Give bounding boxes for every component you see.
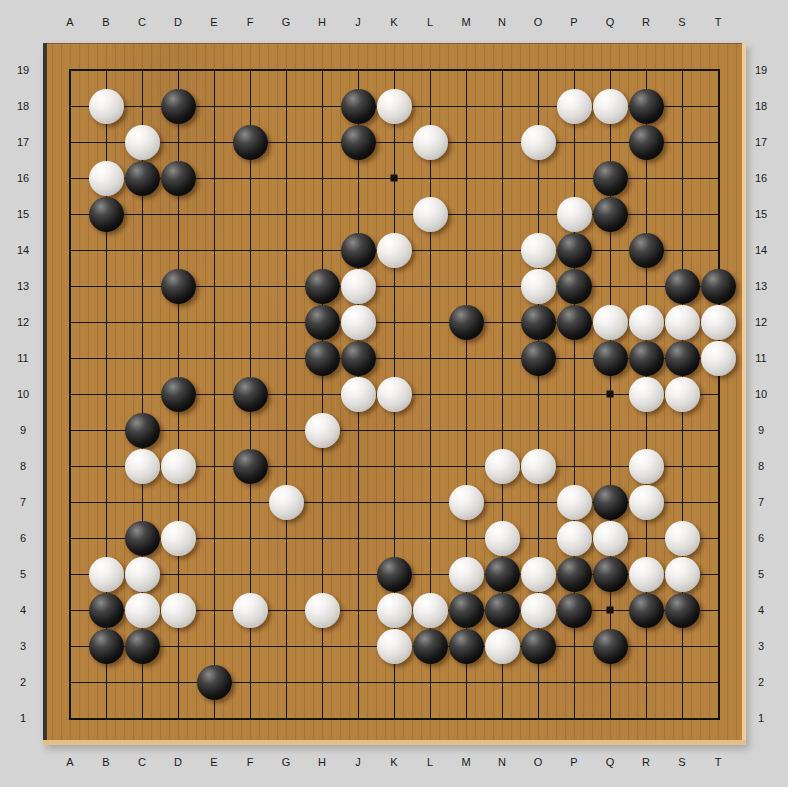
intersection-O6[interactable]: [520, 520, 556, 556]
intersection-E7[interactable]: [196, 484, 232, 520]
intersection-D18[interactable]: [160, 88, 196, 124]
intersection-B5[interactable]: [88, 556, 124, 592]
intersection-R10[interactable]: [628, 376, 664, 412]
intersection-T7[interactable]: [700, 484, 736, 520]
intersection-R7[interactable]: [628, 484, 664, 520]
intersection-S2[interactable]: [664, 664, 700, 700]
intersection-K19[interactable]: [376, 52, 412, 88]
intersection-N4[interactable]: [484, 592, 520, 628]
intersection-B16[interactable]: [88, 160, 124, 196]
intersection-F4[interactable]: [232, 592, 268, 628]
intersection-P10[interactable]: [556, 376, 592, 412]
intersection-Q10[interactable]: [592, 376, 628, 412]
intersection-F8[interactable]: [232, 448, 268, 484]
intersection-L13[interactable]: [412, 268, 448, 304]
intersection-B15[interactable]: [88, 196, 124, 232]
intersection-O10[interactable]: [520, 376, 556, 412]
intersection-S8[interactable]: [664, 448, 700, 484]
intersection-B13[interactable]: [88, 268, 124, 304]
intersection-F7[interactable]: [232, 484, 268, 520]
intersection-H6[interactable]: [304, 520, 340, 556]
intersection-Q7[interactable]: [592, 484, 628, 520]
intersection-S14[interactable]: [664, 232, 700, 268]
intersection-O5[interactable]: [520, 556, 556, 592]
intersection-A1[interactable]: [52, 700, 88, 736]
intersection-D2[interactable]: [160, 664, 196, 700]
intersection-C1[interactable]: [124, 700, 160, 736]
intersection-E1[interactable]: [196, 700, 232, 736]
intersection-N8[interactable]: [484, 448, 520, 484]
intersection-O7[interactable]: [520, 484, 556, 520]
intersection-F2[interactable]: [232, 664, 268, 700]
intersection-J4[interactable]: [340, 592, 376, 628]
intersection-M7[interactable]: [448, 484, 484, 520]
intersection-H5[interactable]: [304, 556, 340, 592]
intersection-F19[interactable]: [232, 52, 268, 88]
intersection-O3[interactable]: [520, 628, 556, 664]
intersection-H9[interactable]: [304, 412, 340, 448]
intersection-E16[interactable]: [196, 160, 232, 196]
intersection-B4[interactable]: [88, 592, 124, 628]
intersection-S12[interactable]: [664, 304, 700, 340]
intersection-R5[interactable]: [628, 556, 664, 592]
intersection-B6[interactable]: [88, 520, 124, 556]
intersection-O12[interactable]: [520, 304, 556, 340]
intersection-T3[interactable]: [700, 628, 736, 664]
intersection-R18[interactable]: [628, 88, 664, 124]
intersection-O14[interactable]: [520, 232, 556, 268]
intersection-J14[interactable]: [340, 232, 376, 268]
intersection-T13[interactable]: [700, 268, 736, 304]
intersection-K16[interactable]: [376, 160, 412, 196]
intersection-F3[interactable]: [232, 628, 268, 664]
intersection-A10[interactable]: [52, 376, 88, 412]
intersection-J8[interactable]: [340, 448, 376, 484]
intersection-E6[interactable]: [196, 520, 232, 556]
intersection-M10[interactable]: [448, 376, 484, 412]
intersection-C2[interactable]: [124, 664, 160, 700]
intersection-R16[interactable]: [628, 160, 664, 196]
intersection-A11[interactable]: [52, 340, 88, 376]
intersection-F1[interactable]: [232, 700, 268, 736]
intersection-G14[interactable]: [268, 232, 304, 268]
intersection-M11[interactable]: [448, 340, 484, 376]
intersection-P2[interactable]: [556, 664, 592, 700]
intersection-S16[interactable]: [664, 160, 700, 196]
intersection-E14[interactable]: [196, 232, 232, 268]
intersection-N9[interactable]: [484, 412, 520, 448]
intersection-K6[interactable]: [376, 520, 412, 556]
intersection-O9[interactable]: [520, 412, 556, 448]
intersection-D6[interactable]: [160, 520, 196, 556]
intersection-S9[interactable]: [664, 412, 700, 448]
intersection-A19[interactable]: [52, 52, 88, 88]
intersection-C16[interactable]: [124, 160, 160, 196]
intersection-H7[interactable]: [304, 484, 340, 520]
intersection-L11[interactable]: [412, 340, 448, 376]
intersection-P5[interactable]: [556, 556, 592, 592]
intersection-F18[interactable]: [232, 88, 268, 124]
intersection-K17[interactable]: [376, 124, 412, 160]
intersection-A12[interactable]: [52, 304, 88, 340]
intersection-N15[interactable]: [484, 196, 520, 232]
intersection-P18[interactable]: [556, 88, 592, 124]
intersection-B12[interactable]: [88, 304, 124, 340]
intersection-L19[interactable]: [412, 52, 448, 88]
intersection-H12[interactable]: [304, 304, 340, 340]
intersection-H15[interactable]: [304, 196, 340, 232]
intersection-T9[interactable]: [700, 412, 736, 448]
intersection-H10[interactable]: [304, 376, 340, 412]
intersection-K18[interactable]: [376, 88, 412, 124]
intersection-P12[interactable]: [556, 304, 592, 340]
intersection-K13[interactable]: [376, 268, 412, 304]
intersection-N5[interactable]: [484, 556, 520, 592]
intersection-H1[interactable]: [304, 700, 340, 736]
intersection-N18[interactable]: [484, 88, 520, 124]
intersection-O16[interactable]: [520, 160, 556, 196]
intersection-D9[interactable]: [160, 412, 196, 448]
intersection-Q9[interactable]: [592, 412, 628, 448]
intersection-S7[interactable]: [664, 484, 700, 520]
intersection-L5[interactable]: [412, 556, 448, 592]
intersection-Q14[interactable]: [592, 232, 628, 268]
intersection-L15[interactable]: [412, 196, 448, 232]
intersection-D12[interactable]: [160, 304, 196, 340]
intersection-K11[interactable]: [376, 340, 412, 376]
intersection-O17[interactable]: [520, 124, 556, 160]
intersection-L10[interactable]: [412, 376, 448, 412]
intersection-G17[interactable]: [268, 124, 304, 160]
intersection-C12[interactable]: [124, 304, 160, 340]
intersection-N3[interactable]: [484, 628, 520, 664]
intersection-D19[interactable]: [160, 52, 196, 88]
intersection-A16[interactable]: [52, 160, 88, 196]
intersection-H3[interactable]: [304, 628, 340, 664]
intersection-S19[interactable]: [664, 52, 700, 88]
intersection-F15[interactable]: [232, 196, 268, 232]
intersection-P15[interactable]: [556, 196, 592, 232]
intersection-M13[interactable]: [448, 268, 484, 304]
intersection-T12[interactable]: [700, 304, 736, 340]
intersection-C19[interactable]: [124, 52, 160, 88]
intersection-Q18[interactable]: [592, 88, 628, 124]
intersection-R19[interactable]: [628, 52, 664, 88]
intersection-C7[interactable]: [124, 484, 160, 520]
intersection-E11[interactable]: [196, 340, 232, 376]
intersection-R17[interactable]: [628, 124, 664, 160]
intersection-D4[interactable]: [160, 592, 196, 628]
intersection-E18[interactable]: [196, 88, 232, 124]
intersection-Q1[interactable]: [592, 700, 628, 736]
intersection-F11[interactable]: [232, 340, 268, 376]
intersection-E13[interactable]: [196, 268, 232, 304]
intersection-B7[interactable]: [88, 484, 124, 520]
intersection-E9[interactable]: [196, 412, 232, 448]
intersection-E8[interactable]: [196, 448, 232, 484]
intersection-A4[interactable]: [52, 592, 88, 628]
intersection-M4[interactable]: [448, 592, 484, 628]
intersection-J7[interactable]: [340, 484, 376, 520]
intersection-J3[interactable]: [340, 628, 376, 664]
intersection-H4[interactable]: [304, 592, 340, 628]
intersection-B9[interactable]: [88, 412, 124, 448]
intersection-D8[interactable]: [160, 448, 196, 484]
intersection-H2[interactable]: [304, 664, 340, 700]
intersection-D15[interactable]: [160, 196, 196, 232]
intersection-K5[interactable]: [376, 556, 412, 592]
intersection-T15[interactable]: [700, 196, 736, 232]
intersection-R2[interactable]: [628, 664, 664, 700]
intersection-D17[interactable]: [160, 124, 196, 160]
intersection-G13[interactable]: [268, 268, 304, 304]
intersection-O13[interactable]: [520, 268, 556, 304]
intersection-Q17[interactable]: [592, 124, 628, 160]
intersection-S10[interactable]: [664, 376, 700, 412]
intersection-M5[interactable]: [448, 556, 484, 592]
intersection-F9[interactable]: [232, 412, 268, 448]
intersection-T6[interactable]: [700, 520, 736, 556]
intersection-B8[interactable]: [88, 448, 124, 484]
intersection-D11[interactable]: [160, 340, 196, 376]
intersection-T10[interactable]: [700, 376, 736, 412]
intersection-S13[interactable]: [664, 268, 700, 304]
intersection-J18[interactable]: [340, 88, 376, 124]
intersection-L6[interactable]: [412, 520, 448, 556]
intersection-F16[interactable]: [232, 160, 268, 196]
intersection-M9[interactable]: [448, 412, 484, 448]
intersection-Q13[interactable]: [592, 268, 628, 304]
intersection-G9[interactable]: [268, 412, 304, 448]
intersection-G15[interactable]: [268, 196, 304, 232]
intersection-T18[interactable]: [700, 88, 736, 124]
intersection-A18[interactable]: [52, 88, 88, 124]
intersection-A14[interactable]: [52, 232, 88, 268]
intersection-C4[interactable]: [124, 592, 160, 628]
intersection-J15[interactable]: [340, 196, 376, 232]
intersection-G2[interactable]: [268, 664, 304, 700]
intersection-Q16[interactable]: [592, 160, 628, 196]
intersection-H13[interactable]: [304, 268, 340, 304]
intersection-D13[interactable]: [160, 268, 196, 304]
intersection-P1[interactable]: [556, 700, 592, 736]
intersection-C14[interactable]: [124, 232, 160, 268]
intersection-B3[interactable]: [88, 628, 124, 664]
intersection-E17[interactable]: [196, 124, 232, 160]
intersection-A15[interactable]: [52, 196, 88, 232]
intersection-B17[interactable]: [88, 124, 124, 160]
intersection-P19[interactable]: [556, 52, 592, 88]
intersection-Q5[interactable]: [592, 556, 628, 592]
intersection-J1[interactable]: [340, 700, 376, 736]
intersection-L17[interactable]: [412, 124, 448, 160]
intersection-Q3[interactable]: [592, 628, 628, 664]
intersection-D10[interactable]: [160, 376, 196, 412]
intersection-C5[interactable]: [124, 556, 160, 592]
intersection-O4[interactable]: [520, 592, 556, 628]
intersection-F14[interactable]: [232, 232, 268, 268]
intersection-B14[interactable]: [88, 232, 124, 268]
intersection-B10[interactable]: [88, 376, 124, 412]
intersection-C18[interactable]: [124, 88, 160, 124]
intersection-B1[interactable]: [88, 700, 124, 736]
intersection-H8[interactable]: [304, 448, 340, 484]
intersection-O18[interactable]: [520, 88, 556, 124]
intersection-M12[interactable]: [448, 304, 484, 340]
intersection-N16[interactable]: [484, 160, 520, 196]
intersection-T19[interactable]: [700, 52, 736, 88]
intersection-C17[interactable]: [124, 124, 160, 160]
intersection-O15[interactable]: [520, 196, 556, 232]
intersection-P13[interactable]: [556, 268, 592, 304]
intersection-M17[interactable]: [448, 124, 484, 160]
intersection-T5[interactable]: [700, 556, 736, 592]
intersection-F10[interactable]: [232, 376, 268, 412]
intersection-J16[interactable]: [340, 160, 376, 196]
intersection-F5[interactable]: [232, 556, 268, 592]
intersection-C11[interactable]: [124, 340, 160, 376]
intersection-R14[interactable]: [628, 232, 664, 268]
intersection-L2[interactable]: [412, 664, 448, 700]
intersection-N19[interactable]: [484, 52, 520, 88]
intersection-E4[interactable]: [196, 592, 232, 628]
intersection-K1[interactable]: [376, 700, 412, 736]
intersection-T14[interactable]: [700, 232, 736, 268]
intersection-G1[interactable]: [268, 700, 304, 736]
intersection-E12[interactable]: [196, 304, 232, 340]
intersection-F6[interactable]: [232, 520, 268, 556]
intersection-O1[interactable]: [520, 700, 556, 736]
intersection-K3[interactable]: [376, 628, 412, 664]
intersection-C9[interactable]: [124, 412, 160, 448]
intersection-S5[interactable]: [664, 556, 700, 592]
intersection-P14[interactable]: [556, 232, 592, 268]
intersection-M19[interactable]: [448, 52, 484, 88]
intersection-M16[interactable]: [448, 160, 484, 196]
intersection-D16[interactable]: [160, 160, 196, 196]
intersection-F13[interactable]: [232, 268, 268, 304]
intersection-G6[interactable]: [268, 520, 304, 556]
intersection-Q8[interactable]: [592, 448, 628, 484]
intersection-P6[interactable]: [556, 520, 592, 556]
intersection-G5[interactable]: [268, 556, 304, 592]
intersection-C13[interactable]: [124, 268, 160, 304]
intersection-R1[interactable]: [628, 700, 664, 736]
intersection-Q4[interactable]: [592, 592, 628, 628]
intersection-K4[interactable]: [376, 592, 412, 628]
intersection-S1[interactable]: [664, 700, 700, 736]
intersection-J19[interactable]: [340, 52, 376, 88]
intersection-N17[interactable]: [484, 124, 520, 160]
intersection-S4[interactable]: [664, 592, 700, 628]
intersection-J9[interactable]: [340, 412, 376, 448]
intersection-D7[interactable]: [160, 484, 196, 520]
intersection-Q19[interactable]: [592, 52, 628, 88]
intersection-Q2[interactable]: [592, 664, 628, 700]
intersection-G4[interactable]: [268, 592, 304, 628]
intersection-L3[interactable]: [412, 628, 448, 664]
intersection-O19[interactable]: [520, 52, 556, 88]
intersection-A2[interactable]: [52, 664, 88, 700]
intersection-M1[interactable]: [448, 700, 484, 736]
intersection-P17[interactable]: [556, 124, 592, 160]
intersection-G12[interactable]: [268, 304, 304, 340]
intersection-B11[interactable]: [88, 340, 124, 376]
intersection-T11[interactable]: [700, 340, 736, 376]
intersection-L12[interactable]: [412, 304, 448, 340]
intersection-G7[interactable]: [268, 484, 304, 520]
intersection-T4[interactable]: [700, 592, 736, 628]
intersection-T8[interactable]: [700, 448, 736, 484]
intersection-D14[interactable]: [160, 232, 196, 268]
intersection-J5[interactable]: [340, 556, 376, 592]
intersection-N14[interactable]: [484, 232, 520, 268]
intersection-D3[interactable]: [160, 628, 196, 664]
intersection-S6[interactable]: [664, 520, 700, 556]
intersection-K15[interactable]: [376, 196, 412, 232]
intersection-A3[interactable]: [52, 628, 88, 664]
intersection-A17[interactable]: [52, 124, 88, 160]
intersection-J2[interactable]: [340, 664, 376, 700]
intersection-P3[interactable]: [556, 628, 592, 664]
intersection-R15[interactable]: [628, 196, 664, 232]
intersection-R13[interactable]: [628, 268, 664, 304]
intersection-J17[interactable]: [340, 124, 376, 160]
intersection-O8[interactable]: [520, 448, 556, 484]
intersection-G18[interactable]: [268, 88, 304, 124]
intersection-E10[interactable]: [196, 376, 232, 412]
intersection-T16[interactable]: [700, 160, 736, 196]
intersection-N7[interactable]: [484, 484, 520, 520]
intersection-L7[interactable]: [412, 484, 448, 520]
intersection-E15[interactable]: [196, 196, 232, 232]
intersection-J6[interactable]: [340, 520, 376, 556]
intersection-K14[interactable]: [376, 232, 412, 268]
intersection-J11[interactable]: [340, 340, 376, 376]
intersection-N10[interactable]: [484, 376, 520, 412]
intersection-M18[interactable]: [448, 88, 484, 124]
intersection-H11[interactable]: [304, 340, 340, 376]
intersection-R11[interactable]: [628, 340, 664, 376]
intersection-M6[interactable]: [448, 520, 484, 556]
intersection-C10[interactable]: [124, 376, 160, 412]
intersection-E5[interactable]: [196, 556, 232, 592]
intersection-J13[interactable]: [340, 268, 376, 304]
intersection-G10[interactable]: [268, 376, 304, 412]
intersection-C15[interactable]: [124, 196, 160, 232]
intersection-K8[interactable]: [376, 448, 412, 484]
intersection-B2[interactable]: [88, 664, 124, 700]
intersection-N13[interactable]: [484, 268, 520, 304]
intersection-J10[interactable]: [340, 376, 376, 412]
intersection-M2[interactable]: [448, 664, 484, 700]
intersection-S18[interactable]: [664, 88, 700, 124]
intersection-O11[interactable]: [520, 340, 556, 376]
intersection-R4[interactable]: [628, 592, 664, 628]
intersection-P7[interactable]: [556, 484, 592, 520]
intersection-S15[interactable]: [664, 196, 700, 232]
intersection-N2[interactable]: [484, 664, 520, 700]
intersection-G8[interactable]: [268, 448, 304, 484]
intersection-E3[interactable]: [196, 628, 232, 664]
intersection-Q15[interactable]: [592, 196, 628, 232]
intersection-K9[interactable]: [376, 412, 412, 448]
intersection-Q12[interactable]: [592, 304, 628, 340]
intersection-T2[interactable]: [700, 664, 736, 700]
intersection-G3[interactable]: [268, 628, 304, 664]
intersection-T17[interactable]: [700, 124, 736, 160]
intersection-K10[interactable]: [376, 376, 412, 412]
